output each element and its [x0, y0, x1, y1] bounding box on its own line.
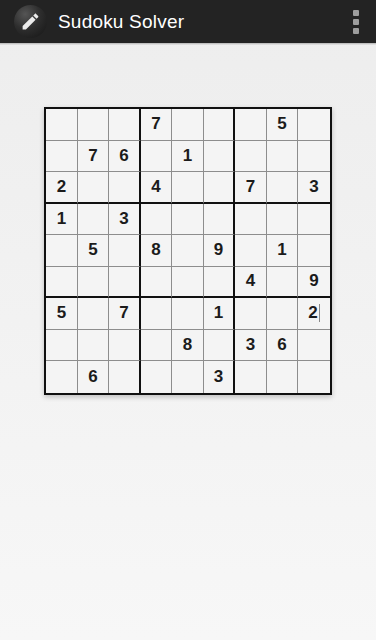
cell-r9c1[interactable]: [46, 361, 78, 393]
cell-r2c8[interactable]: [267, 141, 299, 173]
cell-r4c1[interactable]: 1: [46, 204, 78, 236]
app-icon: [14, 5, 47, 38]
cell-digit: 7: [151, 114, 160, 134]
cell-r3c3[interactable]: [109, 172, 141, 204]
cell-r7c7[interactable]: [235, 298, 267, 330]
cell-r4c8[interactable]: [267, 204, 299, 236]
cell-r4c9[interactable]: [298, 204, 330, 236]
cell-digit: 1: [183, 146, 192, 166]
content-area: 75761247313589149571283663: [0, 107, 376, 395]
cell-r8c5[interactable]: 8: [172, 330, 204, 362]
cell-r5c5[interactable]: [172, 235, 204, 267]
cell-r4c3[interactable]: 3: [109, 204, 141, 236]
cell-r8c2[interactable]: [78, 330, 110, 362]
cell-r7c6[interactable]: 1: [204, 298, 236, 330]
cell-r6c1[interactable]: [46, 267, 78, 299]
cell-digit: 4: [151, 177, 160, 197]
cell-r8c1[interactable]: [46, 330, 78, 362]
cell-r1c6[interactable]: [204, 109, 236, 141]
cell-r3c6[interactable]: [204, 172, 236, 204]
cell-r6c5[interactable]: [172, 267, 204, 299]
cell-r9c5[interactable]: [172, 361, 204, 393]
cell-digit: 7: [246, 177, 255, 197]
cell-r5c9[interactable]: [298, 235, 330, 267]
cell-digit: 1: [57, 209, 66, 229]
cell-r1c3[interactable]: [109, 109, 141, 141]
cell-r7c5[interactable]: [172, 298, 204, 330]
cell-digit: 3: [119, 209, 128, 229]
sudoku-board: 75761247313589149571283663: [44, 107, 332, 395]
cell-r2c1[interactable]: [46, 141, 78, 173]
cell-digit: 2: [57, 177, 66, 197]
cell-r1c5[interactable]: [172, 109, 204, 141]
cell-r6c9[interactable]: 9: [298, 267, 330, 299]
cell-r7c9[interactable]: 2: [298, 298, 330, 330]
cell-r6c8[interactable]: [267, 267, 299, 299]
cell-r2c6[interactable]: [204, 141, 236, 173]
cell-r6c2[interactable]: [78, 267, 110, 299]
cell-r4c5[interactable]: [172, 204, 204, 236]
cell-r3c7[interactable]: 7: [235, 172, 267, 204]
cell-r5c8[interactable]: 1: [267, 235, 299, 267]
cell-r3c8[interactable]: [267, 172, 299, 204]
cell-digit: 6: [277, 335, 286, 355]
cell-r1c2[interactable]: [78, 109, 110, 141]
cell-digit: 5: [277, 114, 286, 134]
cell-digit: 9: [214, 240, 223, 260]
cell-digit: 5: [57, 303, 66, 323]
cell-digit: 4: [246, 271, 255, 291]
cell-r2c9[interactable]: [298, 141, 330, 173]
cell-digit: 2: [308, 303, 317, 323]
cell-r5c7[interactable]: [235, 235, 267, 267]
cell-r3c4[interactable]: 4: [141, 172, 173, 204]
cell-r7c3[interactable]: 7: [109, 298, 141, 330]
cell-digit: 6: [88, 367, 97, 387]
pencil-icon: [20, 11, 41, 32]
cell-digit: 7: [88, 146, 97, 166]
cell-r9c7[interactable]: [235, 361, 267, 393]
cell-digit: 5: [88, 240, 97, 260]
cell-r4c4[interactable]: [141, 204, 173, 236]
cell-r2c7[interactable]: [235, 141, 267, 173]
cell-r9c8[interactable]: [267, 361, 299, 393]
cell-r5c3[interactable]: [109, 235, 141, 267]
cell-r1c4[interactable]: 7: [141, 109, 173, 141]
cell-r1c9[interactable]: [298, 109, 330, 141]
cell-r2c4[interactable]: [141, 141, 173, 173]
cell-digit: 1: [277, 240, 286, 260]
cell-digit: 7: [119, 303, 128, 323]
cell-r1c7[interactable]: [235, 109, 267, 141]
cell-digit: 3: [246, 335, 255, 355]
cell-r6c4[interactable]: [141, 267, 173, 299]
cell-r3c2[interactable]: [78, 172, 110, 204]
cell-r5c2[interactable]: 5: [78, 235, 110, 267]
cell-r5c6[interactable]: 9: [204, 235, 236, 267]
cell-digit: 3: [309, 177, 318, 197]
cell-r9c3[interactable]: [109, 361, 141, 393]
cell-r8c6[interactable]: [204, 330, 236, 362]
cell-r8c7[interactable]: 3: [235, 330, 267, 362]
cell-r7c1[interactable]: 5: [46, 298, 78, 330]
cell-digit: 8: [151, 240, 160, 260]
cell-r8c9[interactable]: [298, 330, 330, 362]
app-title: Sudoku Solver: [58, 11, 184, 33]
cell-r9c6[interactable]: 3: [204, 361, 236, 393]
cell-digit: 3: [214, 367, 223, 387]
cell-r7c8[interactable]: [267, 298, 299, 330]
cell-r6c3[interactable]: [109, 267, 141, 299]
cell-r7c2[interactable]: [78, 298, 110, 330]
cell-r3c1[interactable]: 2: [46, 172, 78, 204]
action-bar: Sudoku Solver: [0, 0, 376, 43]
cell-r1c8[interactable]: 5: [267, 109, 299, 141]
cell-r2c2[interactable]: 7: [78, 141, 110, 173]
cell-r5c4[interactable]: 8: [141, 235, 173, 267]
cell-r8c4[interactable]: [141, 330, 173, 362]
cell-r8c3[interactable]: [109, 330, 141, 362]
text-cursor: [319, 304, 320, 322]
cell-r4c6[interactable]: [204, 204, 236, 236]
overflow-menu-icon[interactable]: [336, 0, 376, 43]
cell-r5c1[interactable]: [46, 235, 78, 267]
cell-digit: 1: [214, 303, 223, 323]
cell-r2c3[interactable]: 6: [109, 141, 141, 173]
cell-r4c7[interactable]: [235, 204, 267, 236]
cell-digit: 9: [309, 271, 318, 291]
cell-r2c5[interactable]: 1: [172, 141, 204, 173]
cell-r7c4[interactable]: [141, 298, 173, 330]
cell-r9c2[interactable]: 6: [78, 361, 110, 393]
cell-r6c6[interactable]: [204, 267, 236, 299]
cell-digit: 8: [183, 335, 192, 355]
cell-r3c5[interactable]: [172, 172, 204, 204]
cell-digit: 6: [119, 146, 128, 166]
cell-r9c9[interactable]: [298, 361, 330, 393]
action-bar-shadow: [0, 43, 376, 45]
cell-r3c9[interactable]: 3: [298, 172, 330, 204]
cell-r1c1[interactable]: [46, 109, 78, 141]
cell-r6c7[interactable]: 4: [235, 267, 267, 299]
cell-r4c2[interactable]: [78, 204, 110, 236]
cell-r8c8[interactable]: 6: [267, 330, 299, 362]
cell-r9c4[interactable]: [141, 361, 173, 393]
